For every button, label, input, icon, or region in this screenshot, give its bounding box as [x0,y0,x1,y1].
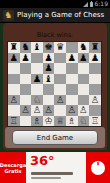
ad-subtext-bar-2 [31,177,61,179]
square-g8[interactable]: ♞ [78,42,90,53]
white-pawn-piece: ♙ [56,95,65,105]
square-b2[interactable]: ♙ [20,105,32,116]
white-pawn-piece: ♙ [68,105,77,115]
square-c6[interactable] [31,63,43,74]
square-f5[interactable] [66,74,78,85]
chess-board: ♜♞♝♚♛♞♜♟♟♟♟♟♟♟♟♝♙♘♙♙♙♙♙♙♙♖♗♔♕♗♘♖ [7,41,102,127]
square-c5[interactable]: ♟ [31,74,43,85]
square-f4[interactable] [66,84,78,95]
square-a3[interactable]: ♙ [8,95,20,106]
square-e1[interactable]: ♕ [54,116,66,127]
ad-promo-line-2: Gratis [4,168,21,174]
square-b7[interactable]: ♟ [20,53,32,64]
white-bishop-piece: ♗ [33,116,42,126]
square-b6[interactable] [20,63,32,74]
black-pawn-piece: ♟ [91,53,100,63]
black-pawn-piece: ♟ [44,63,53,73]
square-c1[interactable]: ♗ [31,116,43,127]
square-e8[interactable]: ♛ [54,42,66,53]
square-f2[interactable]: ♙ [66,105,78,116]
square-d3[interactable] [43,95,55,106]
square-a7[interactable]: ♟ [8,53,20,64]
square-d7[interactable]: ♟ [43,53,55,64]
white-knight-piece: ♘ [33,95,42,105]
square-g2[interactable]: ♙ [78,105,90,116]
square-b1[interactable] [20,116,32,127]
square-c7[interactable] [31,53,43,64]
white-pawn-piece: ♙ [79,105,88,115]
square-d5[interactable]: ♝ [43,74,55,85]
square-g7[interactable]: ♟ [78,53,90,64]
square-b3[interactable] [20,95,32,106]
square-h8[interactable]: ♜ [89,42,101,53]
square-a8[interactable]: ♜ [8,42,20,53]
square-b4[interactable] [20,84,32,95]
black-pawn-piece: ♟ [44,53,53,63]
ad-promo-box: Descarga Gratis [0,152,26,183]
knight-icon: ♞ [4,10,12,21]
signal-icon [83,2,88,7]
square-g4[interactable] [78,84,90,95]
square-d2[interactable]: ♙ [43,105,55,116]
square-e2[interactable] [54,105,66,116]
ad-center: 36° [26,152,86,183]
square-b8[interactable]: ♞ [20,42,32,53]
white-bishop-piece: ♗ [68,116,77,126]
white-rook-piece: ♖ [91,116,100,126]
square-d8[interactable]: ♚ [43,42,55,53]
phone-screen: 6:19 ♞ Playing a Game of Chess Black win… [0,0,110,183]
black-knight-piece: ♞ [79,42,88,52]
square-h2[interactable] [89,105,101,116]
square-h5[interactable] [89,74,101,85]
status-bar: 6:19 [0,0,110,8]
black-queen-piece: ♛ [56,42,65,52]
square-h3[interactable]: ♙ [89,95,101,106]
white-knight-piece: ♘ [79,116,88,126]
white-pawn-piece: ♙ [44,105,53,115]
white-pawn-piece: ♙ [33,105,42,115]
vodafone-mark-icon: ' [96,161,100,173]
white-pawn-piece: ♙ [10,95,19,105]
square-b5[interactable] [20,74,32,85]
square-c8[interactable]: ♝ [31,42,43,53]
square-a1[interactable]: ♖ [8,116,20,127]
status-time: 6:19 [95,0,108,8]
black-bishop-piece: ♝ [44,74,53,84]
square-a4[interactable] [8,84,20,95]
ad-subtext-bar [31,172,73,175]
square-f6[interactable] [66,63,78,74]
white-rook-piece: ♖ [10,116,19,126]
square-h4[interactable] [89,84,101,95]
black-pawn-piece: ♟ [79,53,88,63]
app-icon: ♞ [3,10,14,21]
square-e4[interactable] [54,84,66,95]
square-h7[interactable]: ♟ [89,53,101,64]
white-pawn-piece: ♙ [91,95,100,105]
black-pawn-piece: ♟ [10,53,19,63]
square-a6[interactable] [8,63,20,74]
square-h6[interactable] [89,63,101,74]
ad-banner[interactable]: Descarga Gratis 36° ' [0,152,110,183]
black-pawn-piece: ♟ [21,53,30,63]
end-game-button[interactable]: End Game [12,130,98,145]
app-title: Playing a Game of Chess [17,11,104,19]
square-a2[interactable] [8,105,20,116]
battery-icon [90,2,93,7]
square-f3[interactable] [66,95,78,106]
square-d6[interactable]: ♟ [43,63,55,74]
square-g5[interactable] [78,74,90,85]
black-rook-piece: ♜ [10,42,19,52]
black-rook-piece: ♜ [91,42,100,52]
white-queen-piece: ♕ [56,116,65,126]
title-bar: ♞ Playing a Game of Chess [0,8,110,23]
black-pawn-piece: ♟ [33,74,42,84]
black-knight-piece: ♞ [21,42,30,52]
square-h1[interactable]: ♖ [89,116,101,127]
black-pawn-piece: ♟ [68,53,77,63]
square-e7[interactable] [54,53,66,64]
square-a5[interactable] [8,74,20,85]
square-c4[interactable] [31,84,43,95]
white-king-piece: ♔ [44,116,53,126]
square-d4[interactable] [43,84,55,95]
square-g3[interactable] [78,95,90,106]
ad-brand-panel: ' [86,152,110,183]
vodafone-logo: ' [91,161,105,175]
square-e6[interactable] [54,63,66,74]
square-e5[interactable] [54,74,66,85]
black-bishop-piece: ♝ [33,42,42,52]
square-f7[interactable]: ♟ [66,53,78,64]
black-king-piece: ♚ [44,42,53,52]
square-c3[interactable]: ♘ [31,95,43,106]
square-f1[interactable]: ♗ [66,116,78,127]
white-pawn-piece: ♙ [21,105,30,115]
game-status-message: Black wins. [0,31,110,39]
square-g6[interactable] [78,63,90,74]
square-g1[interactable]: ♘ [78,116,90,127]
ad-headline: 36° [30,154,55,168]
square-e3[interactable]: ♙ [54,95,66,106]
square-c2[interactable]: ♙ [31,105,43,116]
square-d1[interactable]: ♔ [43,116,55,127]
square-f8[interactable] [66,42,78,53]
